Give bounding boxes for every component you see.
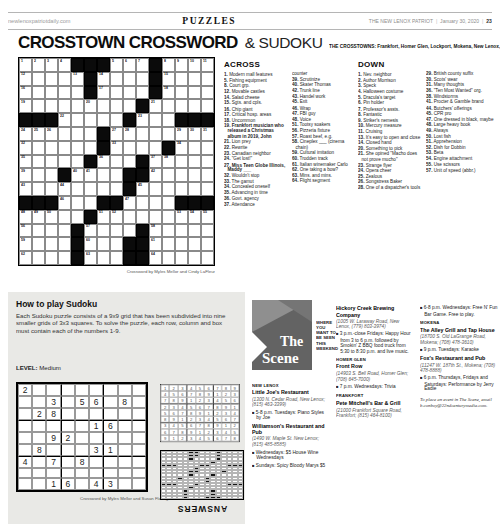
crossword-cell[interactable] bbox=[45, 224, 58, 238]
crossword-cell[interactable] bbox=[188, 86, 201, 100]
crossword-cell[interactable] bbox=[123, 99, 136, 113]
sudoku-cell[interactable] bbox=[32, 384, 46, 396]
crossword-cell[interactable] bbox=[188, 72, 201, 86]
crossword-cell[interactable] bbox=[188, 224, 201, 238]
crossword-cell[interactable]: 26 bbox=[45, 127, 58, 141]
crossword-cell[interactable] bbox=[110, 224, 123, 238]
answer-cell bbox=[183, 473, 188, 476]
crossword-cell[interactable] bbox=[149, 196, 162, 210]
crossword-cell[interactable] bbox=[110, 72, 123, 86]
clue-text: Handel work bbox=[298, 94, 325, 99]
crossword-cell[interactable]: 27 bbox=[110, 127, 123, 141]
crossword-cell[interactable]: 39 bbox=[19, 168, 32, 182]
sudoku-cell[interactable]: 8 bbox=[46, 408, 60, 420]
crossword-cell[interactable] bbox=[162, 168, 175, 182]
crossword-cell[interactable] bbox=[162, 210, 175, 224]
crossword-cell[interactable]: 37 bbox=[149, 155, 162, 169]
crossword-cell[interactable] bbox=[188, 237, 201, 251]
sudoku-cell[interactable] bbox=[18, 468, 32, 478]
crossword-cell[interactable] bbox=[71, 127, 84, 141]
crossword-cell[interactable]: 11 bbox=[201, 58, 214, 72]
clue: 8. Fantastic bbox=[358, 112, 422, 117]
crossword-cell[interactable] bbox=[188, 99, 201, 113]
crossword-cell[interactable]: 62 bbox=[19, 251, 32, 265]
sudoku-cell[interactable]: 1 bbox=[89, 420, 103, 432]
crossword-cell[interactable] bbox=[136, 86, 149, 100]
crossword-cell[interactable] bbox=[32, 237, 45, 251]
crossword-cell[interactable]: 56 bbox=[19, 224, 32, 238]
sudoku-cell[interactable] bbox=[18, 478, 32, 490]
crossword-cell[interactable] bbox=[32, 99, 45, 113]
answer-cell bbox=[194, 477, 199, 480]
crossword-cell[interactable] bbox=[136, 72, 149, 86]
sudoku-cell[interactable]: 3 bbox=[89, 444, 103, 456]
crossword-cell[interactable] bbox=[136, 196, 149, 210]
sudoku-cell[interactable] bbox=[32, 478, 46, 490]
sudoku-cell[interactable] bbox=[61, 396, 75, 408]
crossword-cell[interactable]: 12 bbox=[19, 72, 32, 86]
crossword-cell[interactable] bbox=[123, 72, 136, 86]
sudoku-cell[interactable] bbox=[132, 468, 146, 478]
crossword-cell[interactable] bbox=[162, 196, 175, 210]
clue-number: 44 bbox=[60, 183, 64, 186]
crossword-cell[interactable] bbox=[84, 113, 97, 127]
crossword-cell[interactable]: 29 bbox=[175, 127, 188, 141]
crossword-cell[interactable] bbox=[58, 251, 71, 265]
sudoku-cell[interactable] bbox=[32, 432, 46, 444]
crossword-cell[interactable] bbox=[97, 168, 110, 182]
crossword-cell[interactable] bbox=[110, 86, 123, 100]
crossword-cell[interactable]: 10 bbox=[188, 58, 201, 72]
sudoku-cell[interactable] bbox=[18, 432, 32, 444]
crossword-cell[interactable]: 9 bbox=[175, 58, 188, 72]
level-label: LEVEL: bbox=[16, 364, 38, 371]
crossword-cell[interactable] bbox=[58, 72, 71, 86]
sudoku-cell[interactable] bbox=[118, 456, 132, 468]
answer-cell bbox=[166, 470, 171, 473]
sudoku-cell[interactable] bbox=[118, 478, 132, 490]
crossword-cell[interactable] bbox=[175, 251, 188, 265]
crossword-cell[interactable]: 45 bbox=[136, 182, 149, 196]
clue-text: Wrap bbox=[298, 105, 310, 110]
crossword-cell[interactable] bbox=[136, 210, 149, 224]
crossword-cell[interactable] bbox=[162, 237, 175, 251]
sudoku-cell[interactable] bbox=[118, 444, 132, 456]
sudoku-cell[interactable] bbox=[132, 420, 146, 432]
sudoku-cell[interactable] bbox=[32, 420, 46, 432]
crossword-grid[interactable]: 1234567891011121314151617181920212223242… bbox=[18, 57, 215, 266]
crossword-cell[interactable] bbox=[201, 251, 214, 265]
sudoku-cell[interactable] bbox=[103, 384, 117, 396]
crossword-cell[interactable]: 32 bbox=[19, 141, 32, 155]
crossword-cell[interactable] bbox=[110, 182, 123, 196]
crossword-cell[interactable] bbox=[136, 127, 149, 141]
crossword-cell[interactable] bbox=[149, 182, 162, 196]
crossword-cell[interactable] bbox=[123, 141, 136, 155]
crossword-cell[interactable] bbox=[201, 237, 214, 251]
crossword-cell[interactable]: 4 bbox=[58, 58, 71, 72]
across-clues-column-1: ACROSS 1. Modern mall features5. Fishing… bbox=[224, 60, 288, 265]
sudoku-cell[interactable] bbox=[46, 420, 60, 432]
crossword-cell[interactable] bbox=[32, 251, 45, 265]
crossword-cell[interactable]: 49 bbox=[32, 210, 45, 224]
crossword-cell[interactable]: 61 bbox=[149, 237, 162, 251]
crossword-cell[interactable] bbox=[32, 86, 45, 100]
sudoku-cell[interactable] bbox=[18, 420, 32, 432]
crossword-cell[interactable]: 54 bbox=[188, 210, 201, 224]
crossword-cell[interactable] bbox=[201, 182, 214, 196]
crossword-black-cell bbox=[136, 99, 149, 113]
crossword-cell[interactable]: 64 bbox=[149, 251, 162, 265]
sudoku-cell[interactable]: 4 bbox=[18, 456, 32, 468]
crossword-cell[interactable]: 14 bbox=[97, 72, 110, 86]
crossword-cell[interactable] bbox=[71, 141, 84, 155]
crossword-cell[interactable]: 16 bbox=[19, 86, 32, 100]
crossword-cell[interactable]: 24 bbox=[19, 127, 32, 141]
sudoku-cell[interactable]: 2 bbox=[18, 384, 32, 396]
sudoku-cell[interactable] bbox=[89, 456, 103, 468]
crossword-cell[interactable]: 31 bbox=[201, 127, 214, 141]
crossword-cell[interactable] bbox=[188, 182, 201, 196]
crossword-cell[interactable] bbox=[71, 155, 84, 169]
crossword-cell[interactable] bbox=[162, 251, 175, 265]
crossword-cell[interactable]: 46 bbox=[58, 196, 71, 210]
sudoku-cell[interactable] bbox=[61, 408, 75, 420]
sudoku-cell[interactable]: 8 bbox=[75, 456, 89, 468]
crossword-cell[interactable] bbox=[188, 168, 201, 182]
crossword-cell[interactable]: 22 bbox=[58, 113, 71, 127]
sudoku-cell[interactable] bbox=[103, 396, 117, 408]
crossword-cell[interactable]: 15 bbox=[162, 72, 175, 86]
sudoku-cell[interactable] bbox=[132, 432, 146, 444]
crossword-cell[interactable]: 58 bbox=[149, 224, 162, 238]
sudoku-cell[interactable] bbox=[118, 384, 132, 396]
crossword-cell[interactable] bbox=[84, 182, 97, 196]
crossword-cell[interactable] bbox=[123, 224, 136, 238]
crossword-cell[interactable]: 36 bbox=[97, 155, 110, 169]
crossword-cell[interactable] bbox=[45, 141, 58, 155]
sudoku-cell[interactable] bbox=[18, 408, 32, 420]
crossword-cell[interactable]: 55 bbox=[201, 210, 214, 224]
crossword-cell[interactable]: 2 bbox=[32, 58, 45, 72]
crossword-cell[interactable] bbox=[97, 224, 110, 238]
sudoku-cell[interactable] bbox=[32, 468, 46, 478]
sudoku-cell[interactable] bbox=[18, 396, 32, 408]
crossword-cell[interactable]: 17 bbox=[97, 86, 110, 100]
crossword-cell[interactable]: 20 bbox=[84, 99, 97, 113]
crossword-cell[interactable] bbox=[123, 210, 136, 224]
crossword-cell[interactable] bbox=[149, 113, 162, 127]
crossword-cell[interactable] bbox=[110, 155, 123, 169]
crossword-cell[interactable] bbox=[149, 210, 162, 224]
crossword-cell[interactable] bbox=[32, 72, 45, 86]
crossword-cell[interactable] bbox=[149, 127, 162, 141]
answer-cell bbox=[227, 477, 232, 480]
crossword-cell[interactable] bbox=[97, 113, 110, 127]
crossword-cell[interactable]: 63 bbox=[84, 251, 97, 265]
crossword-cell[interactable] bbox=[32, 141, 45, 155]
crossword-cell[interactable] bbox=[201, 224, 214, 238]
crossword-cell[interactable] bbox=[71, 182, 84, 196]
crossword-cell[interactable]: 44 bbox=[58, 182, 71, 196]
crossword-cell[interactable] bbox=[175, 224, 188, 238]
crossword-cell[interactable]: 33 bbox=[110, 141, 123, 155]
crossword-cell[interactable]: 57 bbox=[84, 224, 97, 238]
sudoku-cell[interactable] bbox=[46, 444, 60, 456]
crossword-cell[interactable] bbox=[110, 237, 123, 251]
crossword-cell[interactable] bbox=[201, 99, 214, 113]
crossword-cell[interactable] bbox=[97, 182, 110, 196]
crossword-cell[interactable] bbox=[84, 141, 97, 155]
crossword-cell[interactable] bbox=[201, 141, 214, 155]
crossword-cell[interactable]: 3 bbox=[45, 58, 58, 72]
sudoku-cell[interactable] bbox=[75, 478, 89, 490]
sudoku-cell[interactable] bbox=[89, 384, 103, 396]
sudoku-grid[interactable]: 235682816928314781643 bbox=[16, 382, 148, 492]
crossword-cell[interactable]: 35 bbox=[19, 155, 32, 169]
crossword-cell[interactable] bbox=[162, 113, 175, 127]
crossword-cell[interactable] bbox=[110, 99, 123, 113]
crossword-cell[interactable] bbox=[32, 182, 45, 196]
sudoku-cell[interactable] bbox=[75, 384, 89, 396]
clue-number: 29 bbox=[177, 128, 181, 131]
crossword-cell[interactable]: 28 bbox=[123, 127, 136, 141]
crossword-cell[interactable] bbox=[84, 196, 97, 210]
crossword-cell[interactable]: 23 bbox=[136, 113, 149, 127]
crossword-cell[interactable] bbox=[71, 99, 84, 113]
sudoku-cell[interactable] bbox=[118, 408, 132, 420]
crossword-cell[interactable] bbox=[71, 196, 84, 210]
crossword-cell[interactable]: 38 bbox=[162, 155, 175, 169]
sudoku-cell[interactable]: 3 bbox=[46, 396, 60, 408]
crossword-cell[interactable] bbox=[58, 155, 71, 169]
sudoku-cell[interactable] bbox=[46, 468, 60, 478]
crossword-cell[interactable] bbox=[45, 72, 58, 86]
crossword-cell[interactable] bbox=[97, 237, 110, 251]
crossword-cell[interactable]: 25 bbox=[32, 127, 45, 141]
crossword-cell[interactable] bbox=[123, 86, 136, 100]
crossword-cell[interactable] bbox=[58, 99, 71, 113]
crossword-cell[interactable] bbox=[201, 155, 214, 169]
sudoku-cell[interactable]: 4 bbox=[89, 478, 103, 490]
crossword-cell[interactable] bbox=[175, 155, 188, 169]
venue-name: Williamson's Restaurant and Pub bbox=[252, 424, 330, 436]
sudoku-cell[interactable]: 5 bbox=[75, 396, 89, 408]
sudoku-cell[interactable] bbox=[75, 408, 89, 420]
clue-number: 11 bbox=[203, 59, 207, 62]
clue-number: 20 bbox=[86, 100, 90, 103]
crossword-cell[interactable] bbox=[136, 141, 149, 155]
sudoku-cell[interactable] bbox=[75, 432, 89, 444]
crossword-cell[interactable] bbox=[71, 210, 84, 224]
crossword-cell[interactable]: 48 bbox=[19, 210, 32, 224]
sudoku-cell[interactable]: 2 bbox=[61, 432, 75, 444]
crossword-cell[interactable]: 40 bbox=[71, 168, 84, 182]
clue: 63. Mins. and mins. bbox=[292, 173, 356, 178]
crossword-cell[interactable] bbox=[162, 224, 175, 238]
sudoku-cell[interactable] bbox=[132, 408, 146, 420]
crossword-cell[interactable] bbox=[45, 168, 58, 182]
crossword-cell[interactable] bbox=[45, 182, 58, 196]
sudoku-cell[interactable]: 1 bbox=[103, 444, 117, 456]
clue-number: 31 bbox=[203, 128, 207, 131]
crossword-cell[interactable] bbox=[58, 127, 71, 141]
clue: 4. Halloween costume bbox=[358, 89, 422, 94]
crossword-cell[interactable] bbox=[110, 168, 123, 182]
crossword-cell[interactable]: 34 bbox=[175, 141, 188, 155]
answer-cell bbox=[172, 496, 177, 499]
sudoku-cell[interactable] bbox=[89, 408, 103, 420]
crossword-cell[interactable] bbox=[58, 86, 71, 100]
sudoku-cell[interactable] bbox=[103, 456, 117, 468]
crossword-cell[interactable] bbox=[58, 141, 71, 155]
crossword-cell[interactable] bbox=[58, 210, 71, 224]
crossword-cell[interactable]: 7 bbox=[136, 58, 149, 72]
crossword-cell[interactable] bbox=[123, 155, 136, 169]
crossword-cell[interactable]: 50 bbox=[45, 210, 58, 224]
sudoku-cell[interactable] bbox=[132, 456, 146, 468]
sudoku-cell[interactable] bbox=[46, 384, 60, 396]
crossword-cell[interactable] bbox=[58, 224, 71, 238]
sudoku-cell[interactable]: 7 bbox=[46, 456, 60, 468]
crossword-cell[interactable]: 41 bbox=[84, 168, 97, 182]
crossword-cell[interactable] bbox=[201, 86, 214, 100]
crossword-cell[interactable] bbox=[175, 168, 188, 182]
sudoku-cell[interactable] bbox=[132, 384, 146, 396]
crossword-cell[interactable] bbox=[97, 99, 110, 113]
crossword-black-cell bbox=[149, 72, 162, 86]
crossword-cell[interactable] bbox=[71, 86, 84, 100]
sudoku-cell[interactable]: 8 bbox=[118, 396, 132, 408]
sudoku-cell[interactable] bbox=[89, 432, 103, 444]
crossword-cell[interactable] bbox=[45, 237, 58, 251]
clue: 24. Opera cheer bbox=[358, 168, 422, 173]
crossword-cell[interactable]: 18 bbox=[162, 86, 175, 100]
crossword-cell[interactable] bbox=[110, 251, 123, 265]
sudoku-cell[interactable] bbox=[118, 468, 132, 478]
clue: 3. Speck bbox=[358, 83, 422, 88]
sudoku-cell[interactable] bbox=[89, 468, 103, 478]
crossword-cell[interactable]: 59 bbox=[19, 237, 32, 251]
sudoku-cell[interactable] bbox=[103, 468, 117, 478]
crossword-cell[interactable]: 51 bbox=[97, 210, 110, 224]
crossword-cell[interactable] bbox=[45, 99, 58, 113]
sudoku-cell[interactable] bbox=[32, 396, 46, 408]
crossword-cell[interactable]: 19 bbox=[19, 99, 32, 113]
crossword-cell[interactable] bbox=[32, 224, 45, 238]
crossword-cell[interactable] bbox=[45, 251, 58, 265]
crossword-cell[interactable]: 1 bbox=[19, 58, 32, 72]
crossword-cell[interactable]: 52 bbox=[110, 210, 123, 224]
crossword-cell[interactable]: 47 bbox=[123, 196, 136, 210]
sudoku-cell[interactable] bbox=[118, 420, 132, 432]
clue-text: Sgts. and cpls. bbox=[230, 100, 262, 105]
crossword-cell[interactable] bbox=[110, 113, 123, 127]
crossword-cell[interactable]: 13 bbox=[71, 72, 84, 86]
sudoku-cell[interactable] bbox=[75, 468, 89, 478]
sudoku-cell[interactable] bbox=[132, 444, 146, 456]
sudoku-cell[interactable]: 2 bbox=[32, 408, 46, 420]
sudoku-cell[interactable] bbox=[61, 456, 75, 468]
crossword-cell[interactable] bbox=[175, 72, 188, 86]
crossword-cell[interactable]: 21 bbox=[149, 99, 162, 113]
crossword-cell[interactable]: 8 bbox=[162, 58, 175, 72]
crossword-cell[interactable] bbox=[188, 251, 201, 265]
sudoku-cell[interactable]: 6 bbox=[103, 420, 117, 432]
sudoku-cell[interactable]: 3 bbox=[103, 478, 117, 490]
sudoku-cell[interactable] bbox=[118, 432, 132, 444]
crossword-cell[interactable]: 53 bbox=[175, 210, 188, 224]
crossword-cell[interactable] bbox=[58, 237, 71, 251]
sudoku-cell[interactable] bbox=[18, 444, 32, 456]
sudoku-cell[interactable] bbox=[61, 444, 75, 456]
sudoku-cell[interactable] bbox=[132, 396, 146, 408]
crossword-cell[interactable] bbox=[162, 99, 175, 113]
crossword-black-cell bbox=[97, 127, 110, 141]
crossword-cell[interactable] bbox=[188, 141, 201, 155]
sudoku-cell[interactable]: 6 bbox=[61, 478, 75, 490]
sudoku-cell[interactable]: 1 bbox=[46, 478, 60, 490]
sudoku-cell[interactable]: 9 bbox=[46, 432, 60, 444]
crossword-cell[interactable] bbox=[45, 155, 58, 169]
answer-cell bbox=[161, 461, 166, 464]
sudoku-cell[interactable]: 6 bbox=[89, 396, 103, 408]
crossword-cell[interactable] bbox=[175, 182, 188, 196]
page-number: 23 bbox=[486, 18, 492, 23]
crossword-cell[interactable] bbox=[84, 127, 97, 141]
crossword-cell[interactable] bbox=[149, 141, 162, 155]
crossword-cell[interactable] bbox=[175, 99, 188, 113]
sudoku-cell[interactable] bbox=[103, 432, 117, 444]
sudoku-cell[interactable] bbox=[75, 444, 89, 456]
crossword-cell[interactable] bbox=[32, 168, 45, 182]
crossword-cell[interactable]: 30 bbox=[188, 127, 201, 141]
crossword-cell[interactable]: 43 bbox=[19, 182, 32, 196]
crossword-cell[interactable]: 42 bbox=[149, 168, 162, 182]
answer-cell bbox=[210, 451, 215, 454]
sudoku-cell[interactable] bbox=[61, 420, 75, 432]
crossword-cell[interactable] bbox=[175, 86, 188, 100]
clue-text: Butchers' offerings bbox=[432, 105, 471, 110]
crossword-cell[interactable] bbox=[97, 251, 110, 265]
sudoku-cell[interactable] bbox=[132, 478, 146, 490]
clue-number: 21 bbox=[151, 100, 155, 103]
answer-cell bbox=[183, 496, 188, 499]
crossword-cell[interactable] bbox=[162, 127, 175, 141]
crossword-cell[interactable] bbox=[32, 155, 45, 169]
sudoku-cell[interactable] bbox=[61, 468, 75, 478]
crossword-cell[interactable] bbox=[162, 182, 175, 196]
separator: | bbox=[482, 18, 483, 23]
crossword-cell[interactable] bbox=[71, 113, 84, 127]
clue-number: 24 bbox=[21, 128, 25, 131]
sudoku-cell[interactable] bbox=[61, 384, 75, 396]
crossword-cell[interactable] bbox=[45, 86, 58, 100]
crossword-cell[interactable] bbox=[175, 237, 188, 251]
crossword-cell[interactable]: 6 bbox=[123, 58, 136, 72]
crossword-cell[interactable] bbox=[201, 168, 214, 182]
sudoku-cell[interactable] bbox=[75, 420, 89, 432]
crossword-cell[interactable] bbox=[188, 155, 201, 169]
sudoku-cell[interactable] bbox=[32, 456, 46, 468]
crossword-cell[interactable]: 5 bbox=[110, 58, 123, 72]
sudoku-cell[interactable]: 8 bbox=[32, 444, 46, 456]
clue-text: Beta bbox=[432, 150, 443, 155]
crossword-black-cell bbox=[123, 251, 136, 265]
crossword-cell[interactable]: 60 bbox=[84, 237, 97, 251]
crossword-cell[interactable] bbox=[201, 72, 214, 86]
sudoku-cell[interactable] bbox=[103, 408, 117, 420]
